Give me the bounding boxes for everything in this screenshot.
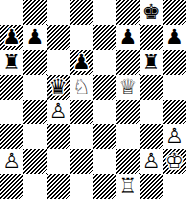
piece-white-pawn[interactable]: ♙	[163, 124, 186, 149]
piece-halo: ♟	[23, 25, 46, 50]
piece-white-queen[interactable]: ♕	[116, 75, 139, 100]
square-d5[interactable]: ♞♘	[70, 75, 93, 100]
piece-halo: ♟	[116, 25, 139, 50]
square-e7[interactable]	[93, 25, 116, 50]
square-a3[interactable]	[0, 124, 23, 149]
square-d1[interactable]	[70, 174, 93, 199]
piece-black-pawn[interactable]: ♟	[0, 25, 23, 50]
piece-halo: ♜	[140, 50, 163, 75]
square-f5[interactable]: ♛♕	[116, 75, 139, 100]
square-b6[interactable]	[23, 50, 46, 75]
piece-halo: ♟	[70, 50, 93, 75]
square-a4[interactable]	[0, 100, 23, 125]
piece-white-knight[interactable]: ♘	[70, 75, 93, 100]
square-f1[interactable]: ♜♖	[116, 174, 139, 199]
square-h6[interactable]	[163, 50, 186, 75]
square-e5[interactable]	[93, 75, 116, 100]
square-b4[interactable]	[23, 100, 46, 125]
square-b8[interactable]	[23, 0, 46, 25]
square-b7[interactable]: ♟♟	[23, 25, 46, 50]
square-b3[interactable]	[23, 124, 46, 149]
piece-white-pawn[interactable]: ♙	[47, 100, 70, 125]
piece-halo: ♛	[47, 75, 70, 100]
square-g3[interactable]	[140, 124, 163, 149]
square-c5[interactable]: ♛♛	[47, 75, 70, 100]
square-e2[interactable]	[93, 149, 116, 174]
square-b2[interactable]	[23, 149, 46, 174]
square-g5[interactable]	[140, 75, 163, 100]
square-f7[interactable]: ♟♟	[116, 25, 139, 50]
piece-white-pawn[interactable]: ♙	[140, 149, 163, 174]
square-c2[interactable]	[47, 149, 70, 174]
square-c3[interactable]	[47, 124, 70, 149]
square-d3[interactable]	[70, 124, 93, 149]
square-f6[interactable]	[116, 50, 139, 75]
piece-halo: ♚	[140, 0, 163, 25]
piece-white-pawn[interactable]: ♙	[0, 149, 23, 174]
square-c7[interactable]	[47, 25, 70, 50]
square-c6[interactable]	[47, 50, 70, 75]
square-g4[interactable]	[140, 100, 163, 125]
square-h4[interactable]	[163, 100, 186, 125]
square-a6[interactable]: ♜♜	[0, 50, 23, 75]
piece-halo: ♟	[47, 100, 70, 125]
piece-halo: ♟	[163, 124, 186, 149]
piece-black-pawn[interactable]: ♟	[23, 25, 46, 50]
piece-black-rook[interactable]: ♜	[140, 50, 163, 75]
square-h2[interactable]: ♚♔	[163, 149, 186, 174]
piece-halo: ♟	[0, 149, 23, 174]
piece-halo: ♟	[140, 149, 163, 174]
square-d4[interactable]	[70, 100, 93, 125]
piece-halo: ♞	[70, 75, 93, 100]
square-g6[interactable]: ♜♜	[140, 50, 163, 75]
square-c1[interactable]	[47, 174, 70, 199]
piece-halo: ♜	[116, 174, 139, 199]
piece-white-king[interactable]: ♔	[163, 149, 186, 174]
piece-halo: ♚	[163, 149, 186, 174]
square-d6[interactable]: ♟♟	[70, 50, 93, 75]
piece-black-queen[interactable]: ♛	[47, 75, 70, 100]
square-h3[interactable]: ♟♙	[163, 124, 186, 149]
square-b1[interactable]	[23, 174, 46, 199]
square-f8[interactable]	[116, 0, 139, 25]
square-h5[interactable]	[163, 75, 186, 100]
square-g2[interactable]: ♟♙	[140, 149, 163, 174]
chess-board: ♚♚♟♟♟♟♟♟♟♟♜♜♟♟♜♜♛♛♞♘♛♕♟♙♟♙♟♙♟♙♚♔♜♖	[0, 0, 186, 199]
square-g7[interactable]	[140, 25, 163, 50]
piece-white-rook[interactable]: ♖	[116, 174, 139, 199]
square-f3[interactable]	[116, 124, 139, 149]
square-d8[interactable]	[70, 0, 93, 25]
square-d7[interactable]	[70, 25, 93, 50]
square-a1[interactable]	[0, 174, 23, 199]
square-c4[interactable]: ♟♙	[47, 100, 70, 125]
square-e3[interactable]	[93, 124, 116, 149]
square-a5[interactable]	[0, 75, 23, 100]
square-e1[interactable]	[93, 174, 116, 199]
piece-halo: ♜	[0, 50, 23, 75]
square-c8[interactable]	[47, 0, 70, 25]
piece-black-pawn[interactable]: ♟	[70, 50, 93, 75]
square-f4[interactable]	[116, 100, 139, 125]
square-e4[interactable]	[93, 100, 116, 125]
square-d2[interactable]	[70, 149, 93, 174]
square-f2[interactable]	[116, 149, 139, 174]
square-h8[interactable]	[163, 0, 186, 25]
square-g8[interactable]: ♚♚	[140, 0, 163, 25]
square-h7[interactable]: ♟♟	[163, 25, 186, 50]
piece-black-pawn[interactable]: ♟	[116, 25, 139, 50]
square-e6[interactable]	[93, 50, 116, 75]
piece-halo: ♛	[116, 75, 139, 100]
square-g1[interactable]	[140, 174, 163, 199]
square-h1[interactable]	[163, 174, 186, 199]
piece-black-king[interactable]: ♚	[140, 0, 163, 25]
square-a7[interactable]: ♟♟	[0, 25, 23, 50]
square-e8[interactable]	[93, 0, 116, 25]
piece-halo: ♟	[0, 25, 23, 50]
piece-black-pawn[interactable]: ♟	[163, 25, 186, 50]
square-b5[interactable]	[23, 75, 46, 100]
piece-black-rook[interactable]: ♜	[0, 50, 23, 75]
square-a8[interactable]	[0, 0, 23, 25]
square-a2[interactable]: ♟♙	[0, 149, 23, 174]
piece-halo: ♟	[163, 25, 186, 50]
